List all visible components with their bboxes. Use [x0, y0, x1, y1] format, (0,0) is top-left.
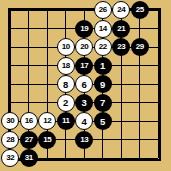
move-number: 27 — [25, 136, 33, 144]
intersection-c5r2[interactable]: 19 — [75, 20, 94, 39]
intersection-c9r6[interactable] — [149, 94, 168, 113]
intersection-c4r4[interactable]: 18 — [57, 57, 76, 76]
intersection-c6r2[interactable]: 14 — [94, 20, 113, 39]
intersection-c5r7[interactable]: 4 — [75, 112, 94, 131]
intersection-c7r3[interactable]: 23 — [112, 38, 131, 57]
stone-black-25: 25 — [131, 1, 149, 19]
intersection-c1r8[interactable]: 28 — [1, 131, 20, 150]
board-grid: 2624251914211020222329181718692373016121… — [1, 1, 168, 168]
go-board-diagram: 2624251914211020222329181718692373016121… — [0, 0, 171, 171]
intersection-c3r5[interactable] — [38, 75, 57, 94]
move-number: 21 — [117, 25, 125, 33]
intersection-c7r1[interactable]: 24 — [112, 1, 131, 20]
intersection-c8r6[interactable] — [131, 94, 150, 113]
intersection-c5r4[interactable]: 17 — [75, 57, 94, 76]
move-number: 32 — [6, 154, 14, 162]
move-number: 20 — [80, 43, 88, 51]
intersection-c6r7[interactable]: 5 — [94, 112, 113, 131]
intersection-c8r7[interactable] — [131, 112, 150, 131]
move-number: 5 — [100, 117, 105, 127]
intersection-c5r6[interactable]: 3 — [75, 94, 94, 113]
intersection-c6r4[interactable]: 1 — [94, 57, 113, 76]
intersection-c2r6[interactable] — [20, 94, 39, 113]
stone-white-22: 22 — [94, 38, 112, 56]
stone-white-26: 26 — [94, 1, 112, 19]
intersection-c2r2[interactable] — [20, 20, 39, 39]
stone-black-17: 17 — [75, 57, 93, 75]
intersection-c5r1[interactable] — [75, 1, 94, 20]
intersection-c1r1[interactable] — [1, 1, 20, 20]
move-number: 4 — [82, 117, 87, 127]
intersection-c1r4[interactable] — [1, 57, 20, 76]
intersection-c2r5[interactable] — [20, 75, 39, 94]
intersection-c9r7[interactable] — [149, 112, 168, 131]
intersection-c7r2[interactable]: 21 — [112, 20, 131, 39]
intersection-c9r3[interactable] — [149, 38, 168, 57]
intersection-c7r4[interactable] — [112, 57, 131, 76]
stone-black-29: 29 — [131, 38, 149, 56]
stone-white-24: 24 — [112, 1, 130, 19]
move-number: 13 — [80, 136, 88, 144]
stone-white-20: 20 — [75, 38, 93, 56]
intersection-c2r4[interactable] — [20, 57, 39, 76]
intersection-c8r2[interactable] — [131, 20, 150, 39]
stone-black-27: 27 — [20, 131, 38, 149]
stone-white-4: 4 — [75, 112, 93, 130]
move-number: 25 — [136, 6, 144, 14]
stone-black-7: 7 — [94, 94, 112, 112]
intersection-c2r1[interactable] — [20, 1, 39, 20]
intersection-c5r3[interactable]: 20 — [75, 38, 94, 57]
move-number: 1 — [100, 61, 105, 71]
intersection-c7r9[interactable] — [112, 149, 131, 168]
intersection-c6r1[interactable]: 26 — [94, 1, 113, 20]
stone-white-8: 8 — [57, 75, 75, 93]
intersection-c3r8[interactable]: 15 — [38, 131, 57, 150]
intersection-c3r2[interactable] — [38, 20, 57, 39]
move-number: 18 — [62, 62, 70, 70]
intersection-c8r3[interactable]: 29 — [131, 38, 150, 57]
intersection-c6r9[interactable] — [94, 149, 113, 168]
intersection-c9r2[interactable] — [149, 20, 168, 39]
intersection-c4r5[interactable]: 8 — [57, 75, 76, 94]
intersection-c6r8[interactable] — [94, 131, 113, 150]
intersection-c3r3[interactable] — [38, 38, 57, 57]
intersection-c2r3[interactable] — [20, 38, 39, 57]
intersection-c4r9[interactable] — [57, 149, 76, 168]
move-number: 19 — [80, 25, 88, 33]
move-number: 6 — [82, 80, 87, 90]
intersection-c1r7[interactable]: 30 — [1, 112, 20, 131]
stone-white-10: 10 — [57, 38, 75, 56]
move-number: 12 — [43, 117, 51, 125]
stone-white-16: 16 — [20, 112, 38, 130]
intersection-c4r8[interactable] — [57, 131, 76, 150]
intersection-c1r9[interactable]: 32 — [1, 149, 20, 168]
intersection-c3r4[interactable] — [38, 57, 57, 76]
stone-black-1: 1 — [94, 57, 112, 75]
intersection-c3r1[interactable] — [38, 1, 57, 20]
move-number: 29 — [136, 43, 144, 51]
intersection-c2r7[interactable]: 16 — [20, 112, 39, 131]
stone-black-15: 15 — [38, 131, 56, 149]
move-number: 31 — [25, 154, 33, 162]
move-number: 3 — [82, 98, 87, 108]
move-number: 15 — [43, 136, 51, 144]
intersection-c6r5[interactable]: 9 — [94, 75, 113, 94]
intersection-c7r5[interactable] — [112, 75, 131, 94]
intersection-c4r1[interactable] — [57, 1, 76, 20]
stone-white-32: 32 — [1, 149, 19, 167]
stone-white-6: 6 — [75, 75, 93, 93]
intersection-c1r2[interactable] — [1, 20, 20, 39]
intersection-c3r6[interactable] — [38, 94, 57, 113]
intersection-c3r9[interactable] — [38, 149, 57, 168]
move-number: 9 — [100, 80, 105, 90]
stone-white-12: 12 — [38, 112, 56, 130]
stone-white-14: 14 — [94, 20, 112, 38]
move-number: 7 — [100, 98, 105, 108]
move-number: 24 — [117, 6, 125, 14]
move-number: 2 — [63, 98, 68, 108]
move-number: 30 — [6, 117, 14, 125]
intersection-c9r8[interactable] — [149, 131, 168, 150]
move-number: 14 — [99, 25, 107, 33]
move-number: 17 — [80, 62, 88, 70]
intersection-c9r1[interactable] — [149, 1, 168, 20]
stone-black-23: 23 — [112, 38, 130, 56]
intersection-c6r6[interactable]: 7 — [94, 94, 113, 113]
intersection-c5r5[interactable]: 6 — [75, 75, 94, 94]
move-number: 22 — [99, 43, 107, 51]
intersection-c8r8[interactable] — [131, 131, 150, 150]
stone-black-3: 3 — [75, 94, 93, 112]
stone-white-30: 30 — [1, 112, 19, 130]
stone-black-5: 5 — [94, 112, 112, 130]
intersection-c7r7[interactable] — [112, 112, 131, 131]
intersection-c4r6[interactable]: 2 — [57, 94, 76, 113]
stone-black-19: 19 — [75, 20, 93, 38]
intersection-c9r5[interactable] — [149, 75, 168, 94]
intersection-c8r5[interactable] — [131, 75, 150, 94]
intersection-c8r1[interactable]: 25 — [131, 1, 150, 20]
move-number: 11 — [62, 117, 70, 125]
move-number: 8 — [63, 80, 68, 90]
intersection-c7r6[interactable] — [112, 94, 131, 113]
stone-black-13: 13 — [75, 131, 93, 149]
stone-black-31: 31 — [20, 149, 38, 167]
intersection-c9r4[interactable] — [149, 57, 168, 76]
stone-white-28: 28 — [1, 131, 19, 149]
move-number: 16 — [25, 117, 33, 125]
intersection-c5r9[interactable] — [75, 149, 94, 168]
intersection-c4r7[interactable]: 11 — [57, 112, 76, 131]
intersection-c6r3[interactable]: 22 — [94, 38, 113, 57]
intersection-c1r3[interactable] — [1, 38, 20, 57]
intersection-c1r5[interactable] — [1, 75, 20, 94]
stone-black-11: 11 — [57, 112, 75, 130]
intersection-c4r2[interactable] — [57, 20, 76, 39]
move-number: 23 — [117, 43, 125, 51]
intersection-c2r8[interactable]: 27 — [20, 131, 39, 150]
stone-black-21: 21 — [112, 20, 130, 38]
move-number: 28 — [6, 136, 14, 144]
intersection-c4r3[interactable]: 10 — [57, 38, 76, 57]
stone-white-18: 18 — [57, 57, 75, 75]
intersection-c2r9[interactable]: 31 — [20, 149, 39, 168]
intersection-c8r9[interactable] — [131, 149, 150, 168]
intersection-c5r8[interactable]: 13 — [75, 131, 94, 150]
intersection-c8r4[interactable] — [131, 57, 150, 76]
intersection-c9r9[interactable] — [149, 149, 168, 168]
stone-black-9: 9 — [94, 75, 112, 93]
move-number: 10 — [62, 43, 70, 51]
stone-white-2: 2 — [57, 94, 75, 112]
intersection-c7r8[interactable] — [112, 131, 131, 150]
intersection-c1r6[interactable] — [1, 94, 20, 113]
move-number: 26 — [99, 6, 107, 14]
intersection-c3r7[interactable]: 12 — [38, 112, 57, 131]
